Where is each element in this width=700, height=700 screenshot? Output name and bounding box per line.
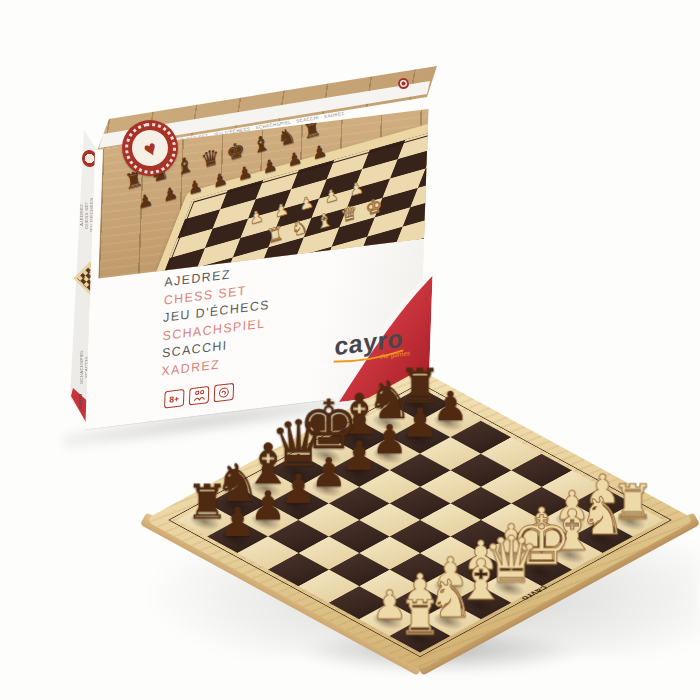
chess-piece: ♜: [398, 593, 441, 641]
product-photo: AJEDREZ · CHESS SET · JEU D'ÉCHECS · SCH…: [0, 0, 700, 700]
players-icon: [189, 386, 209, 406]
brain-icon: [214, 383, 234, 403]
age-badge: 8+: [164, 389, 184, 409]
spine-brand-logo: cayro: [77, 394, 83, 409]
product-titles: AJEDREZ CHESS SET JEU D'ÉCHECS SCHACHSPI…: [161, 261, 271, 380]
board-squares: ♜♟♟♜♞♟♟♞♝♟♟♝♚♟♟♚♛♟♟♛♝♟♟♝♞♟♟♞♜♟♟♜: [177, 388, 663, 653]
heart-icon: ♥: [140, 136, 159, 160]
chess-piece: ♟: [220, 502, 256, 542]
pictogram-row: 8+: [164, 383, 234, 409]
chess-board: cayro ♜♟♟♜♞♟♟♞♝♟♟♝♚♟♟♚♛♟♟♛♝♟♟♝♞♟♟♞♜♟♟♜: [144, 370, 696, 670]
